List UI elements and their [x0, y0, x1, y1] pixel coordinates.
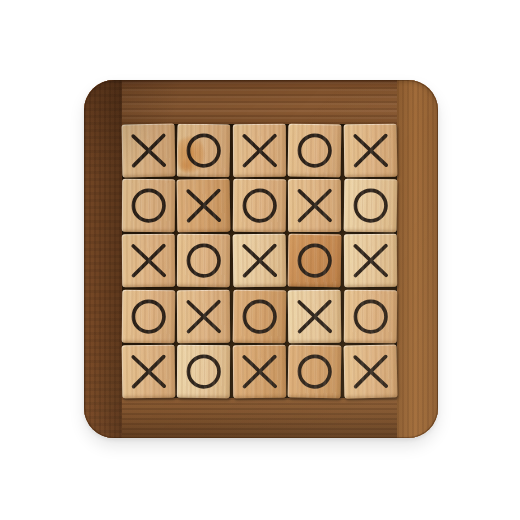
x-symbol — [343, 124, 397, 178]
tray-rim-right — [397, 80, 438, 438]
x-symbol — [122, 234, 176, 288]
o-symbol — [288, 234, 342, 288]
tile-r2c4-x[interactable] — [288, 179, 342, 232]
x-symbol — [288, 289, 342, 343]
tile-r3c4-o[interactable] — [288, 234, 342, 288]
o-symbol — [233, 179, 287, 233]
tile-r2c5-o[interactable] — [343, 179, 397, 233]
tray-rim-bottom — [84, 398, 438, 438]
o-symbol — [232, 289, 286, 343]
tile-r4c3-o[interactable] — [232, 289, 286, 343]
o-symbol — [122, 289, 176, 343]
tile-r2c2-x[interactable] — [177, 179, 231, 233]
tile-r1c3-x[interactable] — [233, 124, 287, 178]
x-symbol — [233, 124, 287, 178]
tile-r4c2-x[interactable] — [177, 289, 231, 343]
tile-r1c4-o[interactable] — [288, 124, 342, 178]
x-symbol — [122, 344, 176, 398]
tile-r1c2-o[interactable] — [177, 124, 231, 178]
tile-r3c3-x[interactable] — [232, 234, 286, 288]
board-grid — [122, 124, 397, 398]
tile-r3c1-x[interactable] — [122, 234, 176, 288]
x-symbol — [122, 124, 176, 178]
tile-r1c5-x[interactable] — [343, 124, 397, 178]
o-symbol — [288, 124, 342, 178]
o-symbol — [177, 124, 231, 178]
o-symbol — [177, 345, 231, 399]
o-symbol — [177, 234, 231, 288]
tile-r5c4-o[interactable] — [288, 344, 342, 398]
x-symbol — [288, 179, 342, 232]
o-symbol — [343, 179, 397, 233]
tile-r4c4-x[interactable] — [288, 289, 342, 343]
tile-r5c2-o[interactable] — [177, 345, 231, 399]
x-symbol — [233, 345, 287, 399]
wooden-tray — [84, 80, 438, 438]
x-symbol — [343, 234, 397, 288]
tile-r4c5-o[interactable] — [343, 289, 397, 343]
x-symbol — [177, 289, 231, 343]
o-symbol — [343, 289, 397, 343]
x-symbol — [343, 344, 397, 398]
tile-r5c1-x[interactable] — [122, 344, 176, 398]
tile-r2c3-o[interactable] — [233, 179, 287, 233]
tray-rim-top — [84, 80, 438, 124]
tile-r5c5-x[interactable] — [343, 344, 397, 398]
tile-r4c1-o[interactable] — [122, 289, 176, 343]
tray-rim-left — [84, 80, 122, 438]
x-symbol — [232, 234, 286, 288]
o-symbol — [122, 179, 176, 233]
tile-r5c3-x[interactable] — [233, 345, 287, 399]
tile-r3c2-o[interactable] — [177, 234, 231, 288]
tile-r3c5-x[interactable] — [343, 234, 397, 288]
tile-r2c1-o[interactable] — [122, 179, 176, 233]
x-symbol — [177, 179, 231, 233]
o-symbol — [288, 344, 342, 398]
tile-r1c1-x[interactable] — [122, 124, 176, 178]
